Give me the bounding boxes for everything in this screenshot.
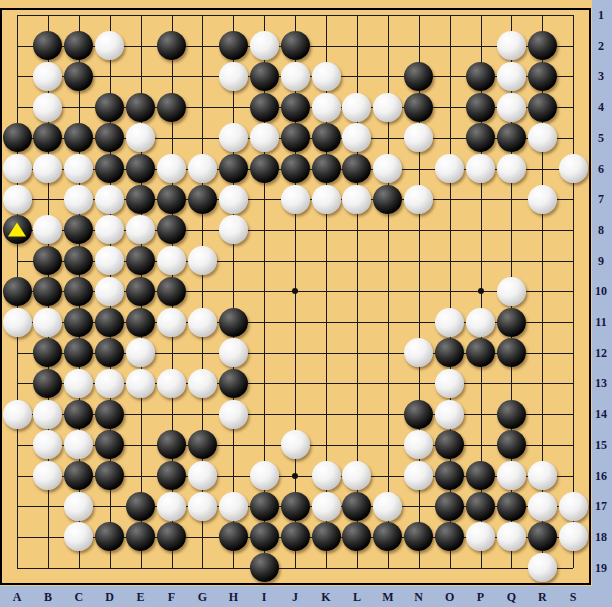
stone-white [312,185,341,214]
stone-black [281,522,310,551]
stone-white [312,62,341,91]
stone-black [497,400,526,429]
row-label: 3 [598,70,604,82]
stone-white [404,185,433,214]
go-app-window: ABCDEFGHIJKLMNOPQRS123456789101112131415… [0,0,612,607]
stone-white [64,492,93,521]
stone-black [250,154,279,183]
stone-white [250,123,279,152]
stone-black [64,62,93,91]
stone-white [219,215,248,244]
stone-white [188,369,217,398]
stone-white [157,369,186,398]
column-label: I [262,591,267,603]
row-label: 9 [598,255,604,267]
stone-white [435,308,464,337]
row-label: 4 [598,101,604,113]
stone-black [126,93,155,122]
row-label: 16 [595,470,607,482]
stone-white [466,154,495,183]
stone-white [3,400,32,429]
stone-black [250,522,279,551]
stone-white [3,185,32,214]
column-label: K [321,591,330,603]
stone-white [528,123,557,152]
stone-white [157,308,186,337]
grid-line-horizontal [17,568,573,569]
stone-black [250,492,279,521]
column-label: O [445,591,454,603]
stone-white [219,338,248,367]
stone-black [528,62,557,91]
last-move-marker [8,222,26,236]
stone-black [250,553,279,582]
stone-black [404,62,433,91]
stone-white [188,308,217,337]
stone-white [188,246,217,275]
stone-white [559,154,588,183]
stone-black [157,31,186,60]
stone-black [528,522,557,551]
row-label: 19 [595,562,607,574]
stone-black [219,369,248,398]
stone-black [219,154,248,183]
stone-white [559,522,588,551]
stone-black [126,277,155,306]
stone-black [281,93,310,122]
stone-white [219,123,248,152]
stone-white [3,308,32,337]
stone-white [435,154,464,183]
stone-white [64,185,93,214]
stone-black [95,154,124,183]
stone-white [188,154,217,183]
stone-black [466,338,495,367]
column-label: N [414,591,423,603]
stone-white [497,154,526,183]
column-label: C [74,591,83,603]
column-label: G [198,591,207,603]
stone-white [33,308,62,337]
stone-black [497,338,526,367]
stone-black [126,154,155,183]
stone-white [435,369,464,398]
row-label: 13 [595,377,607,389]
stone-white [219,62,248,91]
stone-black [157,185,186,214]
stone-black [157,461,186,490]
stone-black [188,430,217,459]
stone-black [126,246,155,275]
stone-white [528,461,557,490]
stone-white [312,93,341,122]
column-label: Q [507,591,516,603]
row-label: 11 [595,316,606,328]
stone-white [497,93,526,122]
stone-white [250,31,279,60]
stone-white [95,277,124,306]
stone-black [466,461,495,490]
stone-black [219,522,248,551]
stone-black [312,522,341,551]
stone-black [404,93,433,122]
stone-black [435,461,464,490]
stone-black [95,308,124,337]
column-label: H [229,591,238,603]
stone-black [466,492,495,521]
row-label: 17 [595,500,607,512]
stone-white [126,369,155,398]
stone-white [466,308,495,337]
stone-black [528,93,557,122]
stone-black [497,492,526,521]
stone-black [219,308,248,337]
stone-white [435,400,464,429]
stone-black [497,123,526,152]
star-point [478,288,484,294]
column-label: F [168,591,175,603]
stone-black [126,308,155,337]
stone-white [497,461,526,490]
stone-black [281,123,310,152]
stone-black [281,31,310,60]
stone-black [497,430,526,459]
stone-black [250,93,279,122]
stone-white [33,93,62,122]
stone-white [250,461,279,490]
stone-black [466,93,495,122]
stone-black [126,185,155,214]
stone-black [157,93,186,122]
stone-white [528,553,557,582]
row-label: 6 [598,163,604,175]
stone-black [95,461,124,490]
stone-white [559,492,588,521]
stone-white [281,185,310,214]
column-label: D [105,591,114,603]
row-label: 15 [595,439,607,451]
column-label-strip [0,586,612,607]
row-label-strip [592,0,612,607]
stone-white [3,154,32,183]
grid-line-vertical [573,15,574,568]
column-label: M [382,591,393,603]
stone-black [95,93,124,122]
stone-black [312,123,341,152]
stone-white [95,369,124,398]
stone-black [281,492,310,521]
stone-white [219,400,248,429]
stone-white [64,369,93,398]
column-label: J [292,591,298,603]
row-label: 10 [595,285,607,297]
stone-black [64,400,93,429]
stone-black [342,492,371,521]
row-label: 18 [595,531,607,543]
stone-white [188,492,217,521]
column-label: S [570,591,577,603]
stone-white [219,185,248,214]
stone-black [3,215,32,244]
column-label: R [538,591,547,603]
stone-black [3,123,32,152]
column-label: A [13,591,22,603]
column-label: L [353,591,361,603]
row-label: 2 [598,40,604,52]
stone-white [312,492,341,521]
stone-white [373,93,402,122]
stone-white [312,461,341,490]
row-label: 12 [595,347,607,359]
stone-white [528,492,557,521]
stone-white [404,461,433,490]
row-label: 14 [595,408,607,420]
stone-white [497,277,526,306]
stone-black [157,277,186,306]
stone-black [3,277,32,306]
stone-black [373,185,402,214]
row-label: 7 [598,193,604,205]
stone-white [33,400,62,429]
stone-black [281,154,310,183]
stone-white [95,185,124,214]
stone-black [466,62,495,91]
stone-black [95,400,124,429]
stone-white [373,492,402,521]
stone-white [528,185,557,214]
row-label: 5 [598,132,604,144]
stone-black [528,31,557,60]
stone-black [404,400,433,429]
stone-white [342,93,371,122]
stone-white [497,62,526,91]
column-label: P [477,591,484,603]
stone-black [126,492,155,521]
stone-black [497,308,526,337]
stone-white [342,185,371,214]
stone-black [64,277,93,306]
stone-black [64,308,93,337]
stone-black [33,277,62,306]
stone-black [219,31,248,60]
stone-white [157,154,186,183]
column-label: E [137,591,145,603]
row-label: 1 [598,9,604,21]
stone-white [157,492,186,521]
star-point [292,473,298,479]
column-label: B [44,591,52,603]
stone-black [250,62,279,91]
stone-black [312,154,341,183]
stone-black [188,185,217,214]
stone-black [435,492,464,521]
stone-white [281,430,310,459]
stone-white [157,246,186,275]
stone-white [219,492,248,521]
stone-white [281,62,310,91]
stone-white [497,31,526,60]
row-label: 8 [598,224,604,236]
stone-white [188,461,217,490]
